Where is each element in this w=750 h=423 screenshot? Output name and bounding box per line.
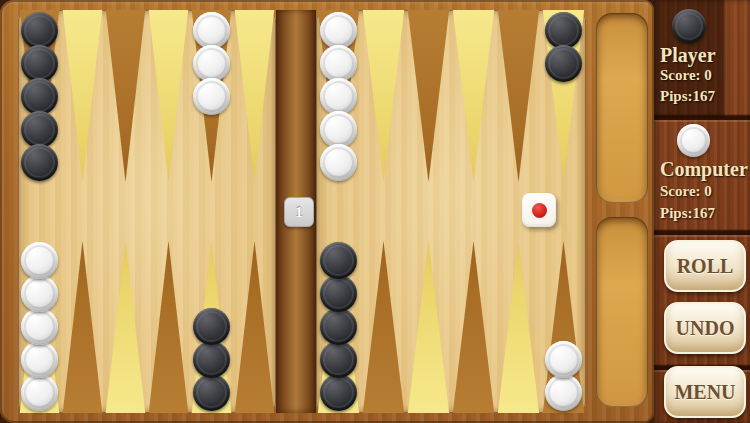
checker-black[interactable] (21, 111, 58, 148)
right-top-points (316, 10, 586, 182)
point-top-4[interactable] (147, 10, 190, 182)
sidebar: Player Score: 0 Pips:167 Computer Score:… (654, 0, 750, 423)
checker-black[interactable] (21, 45, 58, 82)
point-triangle (496, 10, 541, 182)
player-name: Player (660, 44, 748, 67)
point-top-9[interactable] (406, 10, 451, 182)
player-pips: Pips:167 (660, 88, 748, 105)
point-top-2[interactable] (61, 10, 104, 182)
point-bottom-11[interactable] (496, 241, 541, 413)
point-triangle (147, 10, 190, 182)
checker-white[interactable] (545, 341, 582, 378)
point-bottom-2[interactable] (61, 241, 104, 413)
point-top-12[interactable] (541, 10, 586, 182)
checker-white[interactable] (320, 45, 357, 82)
point-top-6[interactable] (233, 10, 276, 182)
point-bottom-1[interactable] (18, 241, 61, 413)
doubling-cube: 1 (284, 197, 314, 227)
point-triangle (496, 241, 541, 413)
point-triangle (233, 10, 276, 182)
checker-white[interactable] (320, 78, 357, 115)
die (522, 193, 556, 227)
checker-black[interactable] (320, 308, 357, 345)
checker-white[interactable] (21, 308, 58, 345)
checker-black[interactable] (193, 308, 230, 345)
point-bottom-6[interactable] (233, 241, 276, 413)
point-triangle (451, 241, 496, 413)
point-bottom-10[interactable] (451, 241, 496, 413)
checker-black[interactable] (193, 374, 230, 411)
computer-pips: Pips:167 (660, 205, 748, 222)
backgammon-app: 1 Player Score: 0 Pips:167 Computer Scor… (0, 0, 750, 423)
left-bottom-points (18, 241, 276, 413)
point-bottom-3[interactable] (104, 241, 147, 413)
checker-white[interactable] (193, 78, 230, 115)
point-triangle (61, 10, 104, 182)
point-bottom-7[interactable] (316, 241, 361, 413)
computer-checker-icon (677, 124, 710, 157)
player-score: Score: 0 (660, 67, 748, 84)
checker-black[interactable] (21, 144, 58, 181)
checker-black[interactable] (193, 341, 230, 378)
point-triangle (406, 10, 451, 182)
point-triangle (61, 241, 104, 413)
point-top-7[interactable] (316, 10, 361, 182)
checker-white[interactable] (193, 12, 230, 49)
point-bottom-9[interactable] (406, 241, 451, 413)
checker-black[interactable] (21, 12, 58, 49)
point-top-3[interactable] (104, 10, 147, 182)
right-bottom-points (316, 241, 586, 413)
point-top-11[interactable] (496, 10, 541, 182)
menu-button[interactable]: MENU (664, 366, 746, 418)
checker-white[interactable] (193, 45, 230, 82)
left-board-half (18, 10, 276, 413)
computer-score: Score: 0 (660, 183, 748, 200)
point-top-8[interactable] (361, 10, 406, 182)
computer-name: Computer (660, 158, 748, 181)
point-bottom-4[interactable] (147, 241, 190, 413)
checker-white[interactable] (545, 374, 582, 411)
checker-black[interactable] (320, 242, 357, 279)
point-triangle (104, 241, 147, 413)
point-top-5[interactable] (190, 10, 233, 182)
checker-black[interactable] (320, 275, 357, 312)
point-triangle (104, 10, 147, 182)
point-bottom-12[interactable] (541, 241, 586, 413)
checker-black[interactable] (545, 45, 582, 82)
bear-off-tray-top[interactable] (596, 13, 648, 203)
player-checker-icon (672, 9, 706, 43)
checker-white[interactable] (21, 275, 58, 312)
roll-button[interactable]: ROLL (664, 240, 746, 292)
checker-black[interactable] (320, 374, 357, 411)
checker-white[interactable] (21, 374, 58, 411)
checker-white[interactable] (320, 144, 357, 181)
checker-white[interactable] (320, 111, 357, 148)
bear-off-tray-bottom[interactable] (596, 217, 648, 407)
undo-button[interactable]: UNDO (664, 302, 746, 354)
checker-white[interactable] (320, 12, 357, 49)
point-triangle (406, 241, 451, 413)
point-triangle (361, 241, 406, 413)
point-triangle (451, 10, 496, 182)
left-top-points (18, 10, 276, 182)
point-top-1[interactable] (18, 10, 61, 182)
point-triangle (233, 241, 276, 413)
checker-black[interactable] (21, 78, 58, 115)
checker-black[interactable] (320, 341, 357, 378)
checker-black[interactable] (545, 12, 582, 49)
point-bottom-8[interactable] (361, 241, 406, 413)
point-triangle (147, 241, 190, 413)
point-bottom-5[interactable] (190, 241, 233, 413)
checker-white[interactable] (21, 242, 58, 279)
point-triangle (361, 10, 406, 182)
die-pip-icon (532, 203, 547, 218)
checker-white[interactable] (21, 341, 58, 378)
point-top-10[interactable] (451, 10, 496, 182)
